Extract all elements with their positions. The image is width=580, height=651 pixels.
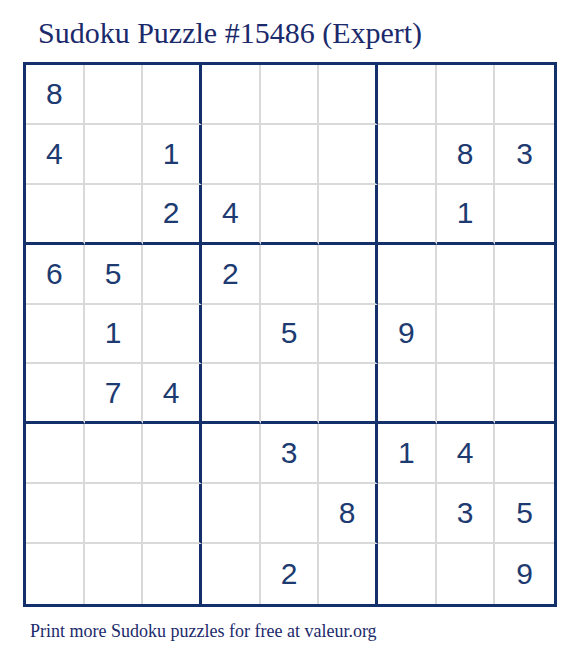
cell-r1c7 bbox=[378, 65, 437, 125]
cell-r4c1: 6 bbox=[26, 245, 85, 305]
cell-r9c4 bbox=[202, 544, 261, 604]
cell-r9c8 bbox=[437, 544, 496, 604]
cell-r3c9 bbox=[495, 185, 554, 245]
cell-r4c5 bbox=[261, 245, 320, 305]
cell-r3c5 bbox=[261, 185, 320, 245]
cell-r4c4: 2 bbox=[202, 245, 261, 305]
cell-r6c3: 4 bbox=[143, 364, 202, 424]
cell-r8c5 bbox=[261, 484, 320, 544]
sudoku-board: 841832416521597431483529 bbox=[23, 62, 557, 607]
cell-r8c3 bbox=[143, 484, 202, 544]
cell-r2c3: 1 bbox=[143, 125, 202, 185]
cell-r5c1 bbox=[26, 305, 85, 365]
cell-r2c4 bbox=[202, 125, 261, 185]
cell-r2c8: 8 bbox=[437, 125, 496, 185]
cell-r3c6 bbox=[319, 185, 378, 245]
cell-r5c6 bbox=[319, 305, 378, 365]
cell-r3c4: 4 bbox=[202, 185, 261, 245]
cell-r2c9: 3 bbox=[495, 125, 554, 185]
cell-r7c3 bbox=[143, 424, 202, 484]
cell-r9c3 bbox=[143, 544, 202, 604]
cell-r8c9: 5 bbox=[495, 484, 554, 544]
cell-r1c1: 8 bbox=[26, 65, 85, 125]
cell-r9c1 bbox=[26, 544, 85, 604]
cell-r9c5: 2 bbox=[261, 544, 320, 604]
cell-r6c4 bbox=[202, 364, 261, 424]
cell-r4c6 bbox=[319, 245, 378, 305]
cell-r6c1 bbox=[26, 364, 85, 424]
cell-r5c4 bbox=[202, 305, 261, 365]
cell-r6c2: 7 bbox=[85, 364, 144, 424]
cell-r1c9 bbox=[495, 65, 554, 125]
cell-r8c7 bbox=[378, 484, 437, 544]
cell-r5c5: 5 bbox=[261, 305, 320, 365]
cell-r3c1 bbox=[26, 185, 85, 245]
page-title: Sudoku Puzzle #15486 (Expert) bbox=[38, 16, 580, 50]
footer-text: Print more Sudoku puzzles for free at va… bbox=[30, 621, 580, 642]
cell-r2c2 bbox=[85, 125, 144, 185]
cell-r1c8 bbox=[437, 65, 496, 125]
cell-r1c5 bbox=[261, 65, 320, 125]
cell-r2c5 bbox=[261, 125, 320, 185]
cell-r1c2 bbox=[85, 65, 144, 125]
cell-r5c3 bbox=[143, 305, 202, 365]
cell-r4c9 bbox=[495, 245, 554, 305]
cell-r5c9 bbox=[495, 305, 554, 365]
cell-r6c5 bbox=[261, 364, 320, 424]
cell-r1c6 bbox=[319, 65, 378, 125]
cell-r7c7: 1 bbox=[378, 424, 437, 484]
cell-r1c4 bbox=[202, 65, 261, 125]
cell-r2c1: 4 bbox=[26, 125, 85, 185]
cell-r7c4 bbox=[202, 424, 261, 484]
cell-r7c2 bbox=[85, 424, 144, 484]
cell-r6c6 bbox=[319, 364, 378, 424]
cell-r8c4 bbox=[202, 484, 261, 544]
cell-r7c6 bbox=[319, 424, 378, 484]
cell-r9c6 bbox=[319, 544, 378, 604]
cell-r2c7 bbox=[378, 125, 437, 185]
cell-r6c9 bbox=[495, 364, 554, 424]
cell-r3c2 bbox=[85, 185, 144, 245]
cell-r3c3: 2 bbox=[143, 185, 202, 245]
cell-r6c7 bbox=[378, 364, 437, 424]
cell-r4c3 bbox=[143, 245, 202, 305]
cell-r7c8: 4 bbox=[437, 424, 496, 484]
cell-r4c2: 5 bbox=[85, 245, 144, 305]
cell-r8c1 bbox=[26, 484, 85, 544]
cell-r7c9 bbox=[495, 424, 554, 484]
cell-r3c7 bbox=[378, 185, 437, 245]
cell-r8c2 bbox=[85, 484, 144, 544]
cell-r7c5: 3 bbox=[261, 424, 320, 484]
cell-r8c8: 3 bbox=[437, 484, 496, 544]
cell-r4c7 bbox=[378, 245, 437, 305]
cell-r1c3 bbox=[143, 65, 202, 125]
cell-r9c2 bbox=[85, 544, 144, 604]
cell-r5c2: 1 bbox=[85, 305, 144, 365]
cell-r9c9: 9 bbox=[495, 544, 554, 604]
cell-r6c8 bbox=[437, 364, 496, 424]
cell-r5c7: 9 bbox=[378, 305, 437, 365]
cell-r5c8 bbox=[437, 305, 496, 365]
cell-r7c1 bbox=[26, 424, 85, 484]
cell-r2c6 bbox=[319, 125, 378, 185]
cell-r9c7 bbox=[378, 544, 437, 604]
cell-r4c8 bbox=[437, 245, 496, 305]
cell-r3c8: 1 bbox=[437, 185, 496, 245]
cell-r8c6: 8 bbox=[319, 484, 378, 544]
